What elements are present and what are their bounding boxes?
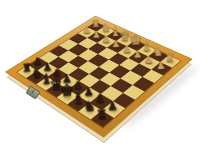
chess-board: ♜♞♝♛♚♝♞♜♟♟♟♟♟♟♟♟♟♟♟♟♟♟♟♟♜♞♝♛♚♝♞♜ bbox=[5, 16, 193, 138]
white-rook: ♜ bbox=[164, 52, 175, 64]
white-pawn: ♟ bbox=[102, 34, 111, 44]
white-pawn: ♟ bbox=[112, 39, 121, 49]
white-pawn: ♟ bbox=[144, 55, 154, 66]
white-pawn: ♟ bbox=[83, 25, 92, 35]
black-knight: ♞ bbox=[83, 99, 96, 113]
black-rook: ♜ bbox=[96, 108, 108, 122]
board-grid: ♜♞♝♛♚♝♞♜♟♟♟♟♟♟♟♟♟♟♟♟♟♟♟♟♜♞♝♛♚♝♞♜ bbox=[17, 22, 180, 127]
white-pawn: ♟ bbox=[92, 30, 101, 40]
white-bishop: ♝ bbox=[140, 40, 152, 53]
board-perspective: ♜♞♝♛♚♝♞♜♟♟♟♟♟♟♟♟♟♟♟♟♟♟♟♟♜♞♝♛♚♝♞♜ bbox=[0, 0, 200, 153]
black-pawn: ♟ bbox=[95, 93, 106, 105]
white-knight: ♞ bbox=[152, 46, 163, 59]
white-pawn: ♟ bbox=[156, 60, 166, 71]
black-pawn: ♟ bbox=[107, 100, 118, 112]
white-pawn: ♟ bbox=[122, 44, 131, 54]
black-pawn: ♟ bbox=[84, 86, 95, 98]
chess-set-photo: ♜♞♝♛♚♝♞♜♟♟♟♟♟♟♟♟♟♟♟♟♟♟♟♟♜♞♝♛♚♝♞♜ bbox=[0, 0, 200, 153]
white-pawn: ♟ bbox=[133, 49, 142, 59]
white-rook: ♜ bbox=[91, 19, 100, 29]
